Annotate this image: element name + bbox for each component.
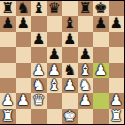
black-rook-a8[interactable]: ♜ (1, 1, 14, 16)
square-c5[interactable] (31, 47, 47, 62)
square-f5[interactable]: ♟ (78, 47, 94, 62)
black-pawn-b7[interactable]: ♟ (17, 16, 30, 31)
chess-board: ♜♞♝♛♜♚♟♟♝♟♟♟♟♟♟♟♟♞♝♟♞♝♟♞♟♟♛♟♟♜♚♜ (0, 1, 124, 124)
white-pawn-f2[interactable]: ♟ (79, 93, 92, 108)
square-a1[interactable]: ♜ (0, 109, 16, 124)
square-h1[interactable]: ♜ (109, 109, 125, 124)
square-a2[interactable]: ♟ (0, 93, 16, 108)
square-c3[interactable]: ♞ (31, 78, 47, 93)
square-h6[interactable] (109, 32, 125, 47)
square-b1[interactable] (16, 109, 32, 124)
square-c6[interactable]: ♟ (31, 32, 47, 47)
square-d8[interactable]: ♛ (47, 1, 63, 16)
square-b5[interactable] (16, 47, 32, 62)
square-a8[interactable]: ♜ (0, 1, 16, 16)
square-g7[interactable]: ♟ (93, 16, 109, 31)
square-b8[interactable]: ♞ (16, 1, 32, 16)
square-a7[interactable]: ♟ (0, 16, 16, 31)
white-pawn-h2[interactable]: ♟ (110, 93, 123, 108)
square-f1[interactable] (78, 109, 94, 124)
square-g2[interactable] (93, 93, 109, 108)
white-bishop-f4[interactable]: ♝ (79, 63, 92, 78)
square-d2[interactable] (47, 93, 63, 108)
black-king-g8[interactable]: ♚ (94, 1, 107, 16)
square-d3[interactable]: ♝ (47, 78, 63, 93)
black-pawn-h7[interactable]: ♟ (110, 16, 123, 31)
black-pawn-c6[interactable]: ♟ (32, 32, 45, 47)
black-bishop-c8[interactable]: ♝ (32, 1, 45, 16)
square-a3[interactable] (0, 78, 16, 93)
square-h4[interactable] (109, 63, 125, 78)
square-h2[interactable]: ♟ (109, 93, 125, 108)
square-d5[interactable]: ♟ (47, 47, 63, 62)
square-e5[interactable] (62, 47, 78, 62)
black-knight-e4[interactable]: ♞ (63, 63, 76, 78)
square-g3[interactable] (93, 78, 109, 93)
square-f4[interactable]: ♝ (78, 63, 94, 78)
white-rook-a1[interactable]: ♜ (1, 109, 14, 124)
square-b2[interactable]: ♟ (16, 93, 32, 108)
square-b6[interactable] (16, 32, 32, 47)
black-pawn-f5[interactable]: ♟ (79, 47, 92, 62)
white-pawn-a2[interactable]: ♟ (1, 93, 14, 108)
square-g8[interactable]: ♚ (93, 1, 109, 16)
square-a4[interactable] (0, 63, 16, 78)
square-c7[interactable] (31, 16, 47, 31)
square-h7[interactable]: ♟ (109, 16, 125, 31)
square-d7[interactable] (47, 16, 63, 31)
white-pawn-d4[interactable]: ♟ (48, 63, 61, 78)
white-rook-h1[interactable]: ♜ (110, 109, 123, 124)
square-h3[interactable] (109, 78, 125, 93)
square-d4[interactable]: ♟ (47, 63, 63, 78)
black-knight-b8[interactable]: ♞ (17, 1, 30, 16)
black-pawn-g7[interactable]: ♟ (94, 16, 107, 31)
square-e4[interactable]: ♞ (62, 63, 78, 78)
white-pawn-e3[interactable]: ♟ (63, 78, 76, 93)
black-bishop-e7[interactable]: ♝ (63, 16, 76, 31)
square-h5[interactable] (109, 47, 125, 62)
square-d1[interactable] (47, 109, 63, 124)
white-pawn-c4[interactable]: ♟ (32, 63, 45, 78)
square-c1[interactable] (31, 109, 47, 124)
white-pawn-g4[interactable]: ♟ (94, 63, 107, 78)
square-g5[interactable] (93, 47, 109, 62)
square-e6[interactable]: ♟ (62, 32, 78, 47)
black-queen-d8[interactable]: ♛ (48, 1, 61, 16)
white-bishop-d3[interactable]: ♝ (48, 78, 61, 93)
square-f7[interactable] (78, 16, 94, 31)
square-a6[interactable] (0, 32, 16, 47)
white-knight-c3[interactable]: ♞ (32, 78, 45, 93)
black-pawn-e6[interactable]: ♟ (63, 32, 76, 47)
square-b4[interactable] (16, 63, 32, 78)
square-e1[interactable]: ♚ (62, 109, 78, 124)
square-f8[interactable]: ♜ (78, 1, 94, 16)
square-d6[interactable] (47, 32, 63, 47)
square-f3[interactable]: ♞ (78, 78, 94, 93)
white-queen-c2[interactable]: ♛ (32, 93, 45, 108)
square-e3[interactable]: ♟ (62, 78, 78, 93)
square-a5[interactable] (0, 47, 16, 62)
square-g1[interactable] (93, 109, 109, 124)
black-rook-f8[interactable]: ♜ (79, 1, 92, 16)
white-knight-f3[interactable]: ♞ (79, 78, 92, 93)
square-g4[interactable]: ♟ (93, 63, 109, 78)
square-h8[interactable] (109, 1, 125, 16)
square-c2[interactable]: ♛ (31, 93, 47, 108)
square-b7[interactable]: ♟ (16, 16, 32, 31)
square-e8[interactable] (62, 1, 78, 16)
white-pawn-b2[interactable]: ♟ (17, 93, 30, 108)
square-g6[interactable] (93, 32, 109, 47)
screenshot-frame: ♜♞♝♛♜♚♟♟♝♟♟♟♟♟♟♟♟♞♝♟♞♝♟♞♟♟♛♟♟♜♚♜ (0, 0, 124, 125)
black-pawn-a7[interactable]: ♟ (1, 16, 14, 31)
square-f6[interactable] (78, 32, 94, 47)
square-b3[interactable] (16, 78, 32, 93)
square-f2[interactable]: ♟ (78, 93, 94, 108)
white-king-e1[interactable]: ♚ (63, 109, 76, 124)
black-pawn-d5[interactable]: ♟ (48, 47, 61, 62)
square-c8[interactable]: ♝ (31, 1, 47, 16)
square-e7[interactable]: ♝ (62, 16, 78, 31)
square-c4[interactable]: ♟ (31, 63, 47, 78)
square-e2[interactable] (62, 93, 78, 108)
